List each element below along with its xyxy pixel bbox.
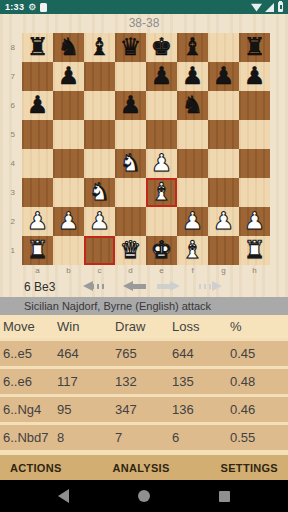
black-pawn-piece: ♟: [58, 62, 80, 91]
file-label-d: d: [115, 266, 146, 275]
square-d2[interactable]: [115, 207, 146, 236]
file-label-h: h: [239, 266, 270, 275]
rank-label-6: 6: [0, 91, 20, 120]
square-h5[interactable]: [239, 120, 270, 149]
square-h4[interactable]: [239, 149, 270, 178]
square-f5[interactable]: [177, 120, 208, 149]
square-d5[interactable]: [115, 120, 146, 149]
square-a4[interactable]: [22, 149, 53, 178]
black-knight-piece: ♞: [182, 91, 204, 120]
square-e8[interactable]: ♚: [146, 33, 177, 62]
status-bar-right: [251, 2, 283, 12]
white-pawn-piece: ♟: [89, 207, 111, 236]
square-h1[interactable]: ♜: [239, 236, 270, 265]
square-f6[interactable]: ♞: [177, 91, 208, 120]
white-knight-piece: ♞: [120, 149, 142, 178]
black-queen-piece: ♛: [120, 33, 142, 62]
square-e4[interactable]: ♟: [146, 149, 177, 178]
white-pawn-piece: ♟: [58, 207, 80, 236]
go-last-button[interactable]: [196, 281, 222, 292]
column-header-draw: Draw: [115, 319, 172, 334]
square-c6[interactable]: [84, 91, 115, 120]
table-cell: 765: [115, 346, 172, 361]
table-cell: 117: [57, 374, 115, 389]
table-cell: 644: [172, 346, 230, 361]
square-a1[interactable]: ♜: [22, 236, 53, 265]
table-cell: 135: [172, 374, 230, 389]
status-bar-left: 1:33 ⚙: [5, 2, 47, 12]
file-label-b: b: [53, 266, 84, 275]
file-label-a: a: [22, 266, 53, 275]
black-knight-piece: ♞: [58, 33, 80, 62]
go-forward-button[interactable]: [154, 281, 180, 292]
wifi-icon: [251, 3, 262, 12]
move-row-6..Nbd7[interactable]: 6..Nbd78760.55: [0, 425, 288, 450]
square-e5[interactable]: [146, 120, 177, 149]
table-cell: 7: [115, 430, 172, 445]
file-label-g: g: [208, 266, 239, 275]
square-c4[interactable]: [84, 149, 115, 178]
square-f1[interactable]: ♝: [177, 236, 208, 265]
square-c5[interactable]: [84, 120, 115, 149]
black-rook-piece: ♜: [27, 33, 49, 62]
square-g2[interactable]: ♟: [208, 207, 239, 236]
square-b7[interactable]: ♟: [53, 62, 84, 91]
square-f7[interactable]: ♟: [177, 62, 208, 91]
square-g3[interactable]: [208, 178, 239, 207]
android-navigation-bar: [0, 480, 288, 512]
column-header-loss: Loss: [172, 319, 230, 334]
square-f4[interactable]: [177, 149, 208, 178]
square-c1[interactable]: [84, 236, 115, 265]
file-label-c: c: [84, 266, 115, 275]
signal-icon: [265, 3, 274, 12]
black-pawn-piece: ♟: [182, 62, 204, 91]
rank-label-8: 8: [0, 33, 20, 62]
white-bishop-piece: ♝: [151, 178, 173, 207]
square-d1[interactable]: ♛: [115, 236, 146, 265]
square-g6[interactable]: [208, 91, 239, 120]
black-bishop-piece: ♝: [89, 33, 111, 62]
table-cell: 0.45: [230, 346, 288, 361]
black-rook-piece: ♜: [244, 33, 266, 62]
table-header-row: MoveWinDrawLoss%: [0, 315, 288, 338]
square-b8[interactable]: ♞: [53, 33, 84, 62]
table-cell: 0.46: [230, 402, 288, 417]
go-back-button[interactable]: [123, 281, 149, 292]
square-e1[interactable]: ♚: [146, 236, 177, 265]
square-b3[interactable]: [53, 178, 84, 207]
black-bishop-piece: ♝: [182, 33, 204, 62]
white-bishop-piece: ♝: [182, 236, 204, 265]
square-d4[interactable]: ♞: [115, 149, 146, 178]
chess-board: ♜♞♝♛♚♝♜♟♟♟♟♟♟♟♞♞♟♞♝♟♟♟♟♟♟♜♛♚♝♜: [22, 33, 270, 265]
square-d6[interactable]: ♟: [115, 91, 146, 120]
app-screen: 1:33 ⚙ 38-38 87654321 ♜♞♝♛♚♝♜♟♟♟♟♟♟♟♞♞♟♞…: [0, 0, 288, 512]
score-counter: 38-38: [0, 16, 288, 30]
square-f2[interactable]: ♟: [177, 207, 208, 236]
rank-label-5: 5: [0, 120, 20, 149]
white-rook-piece: ♜: [27, 236, 49, 265]
go-first-button[interactable]: [83, 281, 109, 292]
white-rook-piece: ♜: [244, 236, 266, 265]
table-cell: 6..Nbd7: [3, 430, 57, 445]
square-b5[interactable]: [53, 120, 84, 149]
move-navigation-row: 6 Be3: [24, 279, 264, 295]
square-h7[interactable]: ♟: [239, 62, 270, 91]
square-a2[interactable]: ♟: [22, 207, 53, 236]
square-a5[interactable]: [22, 120, 53, 149]
table-cell: 0.48: [230, 374, 288, 389]
rank-label-1: 1: [0, 236, 20, 265]
app-icon: [40, 3, 47, 12]
square-e6[interactable]: [146, 91, 177, 120]
white-pawn-piece: ♟: [151, 149, 173, 178]
rank-label-3: 3: [0, 178, 20, 207]
status-bar: 1:33 ⚙: [0, 0, 288, 14]
table-cell: 136: [172, 402, 230, 417]
table-cell: 347: [115, 402, 172, 417]
table-cell: 6..e5: [3, 346, 57, 361]
square-g5[interactable]: [208, 120, 239, 149]
black-pawn-piece: ♟: [213, 62, 235, 91]
table-cell: 6..e6: [3, 374, 57, 389]
square-c7[interactable]: [84, 62, 115, 91]
opening-name-bar: Sicilian Najdorf, Byrne (English) attack: [0, 297, 288, 315]
square-a8[interactable]: ♜: [22, 33, 53, 62]
square-a7[interactable]: [22, 62, 53, 91]
analysis-button[interactable]: ANALYSIS: [113, 462, 170, 474]
bottom-button-bar: ACTIONS ANALYSIS SETTINGS: [0, 455, 288, 480]
table-cell: 6..Ng4: [3, 402, 57, 417]
white-knight-piece: ♞: [89, 178, 111, 207]
black-pawn-piece: ♟: [151, 62, 173, 91]
square-c3[interactable]: ♞: [84, 178, 115, 207]
actions-button[interactable]: ACTIONS: [10, 462, 62, 474]
column-header-win: Win: [57, 319, 115, 334]
nav-arrows: [83, 278, 222, 296]
white-pawn-piece: ♟: [27, 207, 49, 236]
square-h2[interactable]: ♟: [239, 207, 270, 236]
square-b4[interactable]: [53, 149, 84, 178]
square-g8[interactable]: [208, 33, 239, 62]
table-cell: 95: [57, 402, 115, 417]
battery-icon: [278, 2, 283, 12]
move-row-6..e6[interactable]: 6..e61171321350.48: [0, 369, 288, 394]
gear-icon: ⚙: [28, 3, 36, 12]
square-c2[interactable]: ♟: [84, 207, 115, 236]
column-header-percent: %: [230, 319, 288, 334]
file-label-f: f: [177, 266, 208, 275]
square-d7[interactable]: [115, 62, 146, 91]
square-c8[interactable]: ♝: [84, 33, 115, 62]
white-king-piece: ♚: [151, 236, 173, 265]
square-e7[interactable]: ♟: [146, 62, 177, 91]
black-pawn-piece: ♟: [244, 62, 266, 91]
table-cell: 464: [57, 346, 115, 361]
move-row-6..e5[interactable]: 6..e54647656440.45: [0, 341, 288, 366]
settings-button[interactable]: SETTINGS: [221, 462, 278, 474]
table-cell: 0.55: [230, 430, 288, 445]
square-e2[interactable]: [146, 207, 177, 236]
clock-time: 1:33: [5, 2, 24, 12]
square-g7[interactable]: ♟: [208, 62, 239, 91]
square-g1[interactable]: [208, 236, 239, 265]
square-d3[interactable]: [115, 178, 146, 207]
last-move-label: 6 Be3: [24, 280, 55, 294]
file-label-e: e: [146, 266, 177, 275]
square-h6[interactable]: [239, 91, 270, 120]
square-f8[interactable]: ♝: [177, 33, 208, 62]
square-g4[interactable]: [208, 149, 239, 178]
rank-label-4: 4: [0, 149, 20, 178]
square-h8[interactable]: ♜: [239, 33, 270, 62]
rank-labels: 87654321: [0, 33, 20, 265]
column-header-move: Move: [3, 319, 57, 334]
recents-button[interactable]: [219, 491, 230, 502]
square-a6[interactable]: ♟: [22, 91, 53, 120]
back-button[interactable]: [58, 489, 69, 503]
square-b1[interactable]: [53, 236, 84, 265]
square-b2[interactable]: ♟: [53, 207, 84, 236]
move-row-6..Ng4[interactable]: 6..Ng4953471360.46: [0, 397, 288, 422]
home-button[interactable]: [138, 490, 150, 502]
black-king-piece: ♚: [151, 33, 173, 62]
table-cell: 132: [115, 374, 172, 389]
square-b6[interactable]: [53, 91, 84, 120]
black-pawn-piece: ♟: [27, 91, 49, 120]
square-a3[interactable]: [22, 178, 53, 207]
white-pawn-piece: ♟: [213, 207, 235, 236]
white-pawn-piece: ♟: [182, 207, 204, 236]
white-queen-piece: ♛: [120, 236, 142, 265]
square-f3[interactable]: [177, 178, 208, 207]
black-pawn-piece: ♟: [120, 91, 142, 120]
file-labels: abcdefgh: [22, 266, 270, 275]
move-stats-table: MoveWinDrawLoss%6..e54647656440.456..e61…: [0, 315, 288, 455]
rank-label-7: 7: [0, 62, 20, 91]
rank-label-2: 2: [0, 207, 20, 236]
square-d8[interactable]: ♛: [115, 33, 146, 62]
square-e3[interactable]: ♝: [146, 178, 177, 207]
table-cell: 8: [57, 430, 115, 445]
square-h3[interactable]: [239, 178, 270, 207]
table-cell: 6: [172, 430, 230, 445]
white-pawn-piece: ♟: [244, 207, 266, 236]
